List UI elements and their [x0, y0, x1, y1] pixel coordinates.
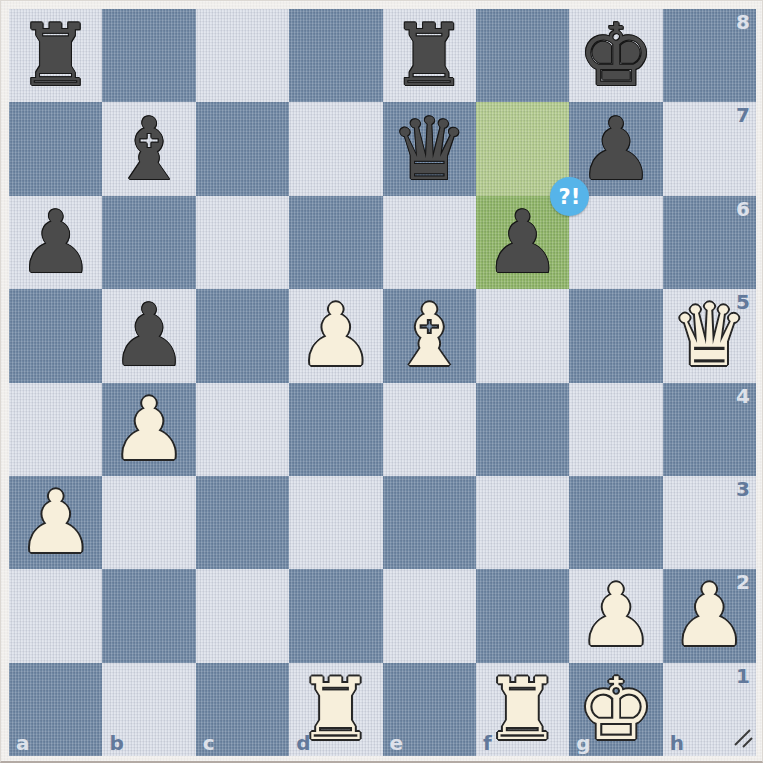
square-f5[interactable] [476, 289, 569, 382]
square-a4[interactable] [9, 383, 102, 476]
coord-rank-6: 6 [736, 197, 750, 221]
square-h5[interactable]: ♛5 [663, 289, 756, 382]
square-a7[interactable] [9, 102, 102, 195]
board-resize-handle-icon[interactable] [732, 727, 754, 749]
square-f1[interactable]: ♜f [476, 663, 569, 756]
square-h8[interactable]: 8 [663, 9, 756, 102]
square-d7[interactable] [289, 102, 382, 195]
square-d3[interactable] [289, 476, 382, 569]
piece-black-r-e8[interactable]: ♜ [383, 9, 476, 102]
square-c2[interactable] [196, 569, 289, 662]
square-c5[interactable] [196, 289, 289, 382]
piece-white-p-g2[interactable]: ♟ [569, 569, 662, 662]
square-d4[interactable] [289, 383, 382, 476]
coord-file-b: b [109, 731, 123, 755]
piece-white-p-d5[interactable]: ♟ [289, 289, 382, 382]
square-a8[interactable]: ♜ [9, 9, 102, 102]
piece-white-p-a3[interactable]: ♟ [9, 476, 102, 569]
square-c8[interactable] [196, 9, 289, 102]
square-e2[interactable] [383, 569, 476, 662]
square-b2[interactable] [102, 569, 195, 662]
square-f8[interactable] [476, 9, 569, 102]
square-e3[interactable] [383, 476, 476, 569]
move-annotation-badge: ?! [550, 177, 589, 216]
square-c1[interactable]: c [196, 663, 289, 756]
square-d6[interactable] [289, 196, 382, 289]
piece-white-p-b4[interactable]: ♟ [102, 383, 195, 476]
square-g8[interactable]: ♚ [569, 9, 662, 102]
square-h3[interactable]: 3 [663, 476, 756, 569]
square-b3[interactable] [102, 476, 195, 569]
piece-black-k-g8[interactable]: ♚ [569, 9, 662, 102]
square-h2[interactable]: ♟2 [663, 569, 756, 662]
square-d8[interactable] [289, 9, 382, 102]
square-e7[interactable]: ♛ [383, 102, 476, 195]
square-a2[interactable] [9, 569, 102, 662]
square-a5[interactable] [9, 289, 102, 382]
piece-black-p-a6[interactable]: ♟ [9, 196, 102, 289]
square-e5[interactable]: ♝ [383, 289, 476, 382]
square-g5[interactable] [569, 289, 662, 382]
square-h6[interactable]: 6 [663, 196, 756, 289]
square-a6[interactable]: ♟ [9, 196, 102, 289]
piece-white-b-e5[interactable]: ♝ [383, 289, 476, 382]
square-g1[interactable]: ♚g [569, 663, 662, 756]
square-a3[interactable]: ♟ [9, 476, 102, 569]
square-h7[interactable]: 7 [663, 102, 756, 195]
square-a1[interactable]: a [9, 663, 102, 756]
board-frame: ♜♜♚8♝♛♟7♟♟6♟♟♝♛5♟4♟3♟♟2abc♜de♜f♚gh1 ?! [0, 0, 763, 763]
square-g3[interactable] [569, 476, 662, 569]
square-e4[interactable] [383, 383, 476, 476]
coord-file-h: h [670, 731, 684, 755]
coord-rank-4: 4 [736, 384, 750, 408]
piece-white-r-f1[interactable]: ♜ [476, 663, 569, 756]
square-d1[interactable]: ♜d [289, 663, 382, 756]
square-f4[interactable] [476, 383, 569, 476]
square-b1[interactable]: b [102, 663, 195, 756]
coord-rank-8: 8 [736, 10, 750, 34]
coord-file-a: a [16, 731, 30, 755]
square-b6[interactable] [102, 196, 195, 289]
piece-white-k-g1[interactable]: ♚ [569, 663, 662, 756]
square-b8[interactable] [102, 9, 195, 102]
piece-black-b-b7[interactable]: ♝ [102, 102, 195, 195]
square-g4[interactable] [569, 383, 662, 476]
square-f2[interactable] [476, 569, 569, 662]
board: ♜♜♚8♝♛♟7♟♟6♟♟♝♛5♟4♟3♟♟2abc♜de♜f♚gh1 ?! [9, 9, 756, 756]
square-b5[interactable]: ♟ [102, 289, 195, 382]
coord-rank-1: 1 [736, 664, 750, 688]
square-f3[interactable] [476, 476, 569, 569]
square-d2[interactable] [289, 569, 382, 662]
coord-file-c: c [203, 731, 215, 755]
coord-rank-7: 7 [736, 103, 750, 127]
square-b7[interactable]: ♝ [102, 102, 195, 195]
piece-white-p-h2[interactable]: ♟ [663, 569, 756, 662]
piece-white-r-d1[interactable]: ♜ [289, 663, 382, 756]
square-c4[interactable] [196, 383, 289, 476]
square-d5[interactable]: ♟ [289, 289, 382, 382]
square-b4[interactable]: ♟ [102, 383, 195, 476]
coord-file-e: e [390, 731, 404, 755]
square-e6[interactable] [383, 196, 476, 289]
square-e1[interactable]: e [383, 663, 476, 756]
square-c7[interactable] [196, 102, 289, 195]
square-c6[interactable] [196, 196, 289, 289]
square-h4[interactable]: 4 [663, 383, 756, 476]
piece-black-p-b5[interactable]: ♟ [102, 289, 195, 382]
square-g2[interactable]: ♟ [569, 569, 662, 662]
square-e8[interactable]: ♜ [383, 9, 476, 102]
square-c3[interactable] [196, 476, 289, 569]
piece-black-r-a8[interactable]: ♜ [9, 9, 102, 102]
board-grid: ♜♜♚8♝♛♟7♟♟6♟♟♝♛5♟4♟3♟♟2abc♜de♜f♚gh1 [9, 9, 756, 756]
coord-rank-3: 3 [736, 477, 750, 501]
piece-black-q-e7[interactable]: ♛ [383, 102, 476, 195]
piece-white-q-h5[interactable]: ♛ [663, 289, 756, 382]
